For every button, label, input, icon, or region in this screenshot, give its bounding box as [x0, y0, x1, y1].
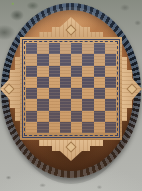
board-square[interactable] — [37, 54, 48, 65]
board-square[interactable] — [71, 77, 82, 88]
board-square[interactable] — [82, 77, 93, 88]
board-square[interactable] — [105, 66, 116, 77]
board-square[interactable] — [105, 54, 116, 65]
board-square[interactable] — [82, 88, 93, 99]
board-square[interactable] — [26, 99, 37, 110]
board-square[interactable] — [26, 88, 37, 99]
board-square[interactable] — [105, 99, 116, 110]
board-square[interactable] — [71, 99, 82, 110]
concrete-ground — [0, 0, 142, 191]
board-square[interactable] — [82, 111, 93, 122]
board-square[interactable] — [71, 122, 82, 133]
board-square[interactable] — [71, 111, 82, 122]
board-square[interactable] — [26, 111, 37, 122]
chess-board — [26, 43, 116, 133]
board-square[interactable] — [49, 99, 60, 110]
board-square[interactable] — [60, 77, 71, 88]
board-square[interactable] — [49, 66, 60, 77]
board-square[interactable] — [37, 122, 48, 133]
board-square[interactable] — [94, 88, 105, 99]
board-square[interactable] — [82, 66, 93, 77]
board-square[interactable] — [105, 77, 116, 88]
board-square[interactable] — [82, 99, 93, 110]
board-square[interactable] — [37, 88, 48, 99]
board-square[interactable] — [60, 122, 71, 133]
board-square[interactable] — [94, 111, 105, 122]
board-square[interactable] — [71, 43, 82, 54]
board-square[interactable] — [82, 54, 93, 65]
board-square[interactable] — [105, 88, 116, 99]
board-square[interactable] — [37, 77, 48, 88]
board-square[interactable] — [60, 43, 71, 54]
board-square[interactable] — [37, 99, 48, 110]
board-square[interactable] — [26, 77, 37, 88]
board-square[interactable] — [94, 66, 105, 77]
board-square[interactable] — [94, 54, 105, 65]
board-square[interactable] — [60, 54, 71, 65]
board-square[interactable] — [60, 88, 71, 99]
board-square[interactable] — [49, 54, 60, 65]
board-square[interactable] — [60, 99, 71, 110]
board-square[interactable] — [82, 43, 93, 54]
board-square[interactable] — [71, 66, 82, 77]
board-square[interactable] — [71, 88, 82, 99]
board-square[interactable] — [26, 54, 37, 65]
board-square[interactable] — [26, 122, 37, 133]
board-square[interactable] — [71, 54, 82, 65]
board-square[interactable] — [49, 88, 60, 99]
board-square[interactable] — [94, 43, 105, 54]
board-square[interactable] — [49, 111, 60, 122]
board-square[interactable] — [37, 43, 48, 54]
board-square[interactable] — [94, 99, 105, 110]
board-square[interactable] — [37, 111, 48, 122]
board-square[interactable] — [82, 122, 93, 133]
board-square[interactable] — [49, 43, 60, 54]
board-square[interactable] — [105, 43, 116, 54]
board-square[interactable] — [105, 111, 116, 122]
board-square[interactable] — [49, 122, 60, 133]
board-square[interactable] — [60, 111, 71, 122]
board-square[interactable] — [26, 43, 37, 54]
board-square[interactable] — [37, 66, 48, 77]
board-square[interactable] — [94, 77, 105, 88]
board-square[interactable] — [26, 66, 37, 77]
board-square[interactable] — [94, 122, 105, 133]
board-square[interactable] — [105, 122, 116, 133]
board-square[interactable] — [49, 77, 60, 88]
board-square[interactable] — [60, 66, 71, 77]
